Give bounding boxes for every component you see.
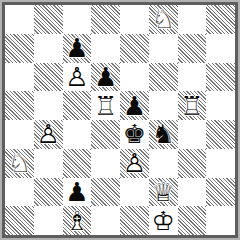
square-a8[interactable] xyxy=(5,5,34,34)
square-d1[interactable] xyxy=(91,206,120,235)
square-f6[interactable] xyxy=(149,63,178,92)
chess-board: ♞♘♟♟♙♟♜♖♟♜♖♟♙♚♞♞♘♟♙♟♛♕♝♗♚♔ xyxy=(5,5,235,235)
square-h5[interactable] xyxy=(206,91,235,120)
square-b3[interactable] xyxy=(34,149,63,178)
chess-board-border: ♞♘♟♟♙♟♜♖♟♜♖♟♙♚♞♞♘♟♙♟♛♕♝♗♚♔ xyxy=(2,2,238,238)
square-a5[interactable] xyxy=(5,91,34,120)
piece-white-pawn: ♟♙ xyxy=(120,149,149,178)
square-e5[interactable]: ♟ xyxy=(120,91,149,120)
square-f3[interactable] xyxy=(149,149,178,178)
square-h1[interactable] xyxy=(206,206,235,235)
piece-black-pawn: ♟ xyxy=(63,178,92,207)
piece-black-pawn: ♟ xyxy=(91,63,120,92)
square-e8[interactable] xyxy=(120,5,149,34)
square-c2[interactable]: ♟ xyxy=(63,178,92,207)
square-e2[interactable] xyxy=(120,178,149,207)
square-b4[interactable]: ♟♙ xyxy=(34,120,63,149)
square-a1[interactable] xyxy=(5,206,34,235)
square-b2[interactable] xyxy=(34,178,63,207)
square-b5[interactable] xyxy=(34,91,63,120)
square-d3[interactable] xyxy=(91,149,120,178)
square-g6[interactable] xyxy=(178,63,207,92)
square-a3[interactable]: ♞♘ xyxy=(5,149,34,178)
square-g8[interactable] xyxy=(178,5,207,34)
piece-black-king: ♚ xyxy=(120,120,149,149)
square-f1[interactable]: ♚♔ xyxy=(149,206,178,235)
square-d8[interactable] xyxy=(91,5,120,34)
square-h3[interactable] xyxy=(206,149,235,178)
square-c6[interactable]: ♟♙ xyxy=(63,63,92,92)
square-f8[interactable]: ♞♘ xyxy=(149,5,178,34)
square-d4[interactable] xyxy=(91,120,120,149)
square-f7[interactable] xyxy=(149,34,178,63)
square-g7[interactable] xyxy=(178,34,207,63)
square-c1[interactable]: ♝♗ xyxy=(63,206,92,235)
square-g2[interactable] xyxy=(178,178,207,207)
square-f4[interactable]: ♞ xyxy=(149,120,178,149)
square-e3[interactable]: ♟♙ xyxy=(120,149,149,178)
square-c7[interactable]: ♟ xyxy=(63,34,92,63)
square-c4[interactable] xyxy=(63,120,92,149)
piece-black-knight: ♞ xyxy=(149,120,178,149)
piece-white-king: ♚♔ xyxy=(149,206,178,235)
square-g1[interactable] xyxy=(178,206,207,235)
piece-white-queen: ♛♕ xyxy=(149,178,178,207)
square-c5[interactable] xyxy=(63,91,92,120)
square-c8[interactable] xyxy=(63,5,92,34)
square-b8[interactable] xyxy=(34,5,63,34)
piece-white-bishop: ♝♗ xyxy=(63,206,92,235)
square-d2[interactable] xyxy=(91,178,120,207)
square-e6[interactable] xyxy=(120,63,149,92)
piece-white-pawn: ♟♙ xyxy=(34,120,63,149)
square-c3[interactable] xyxy=(63,149,92,178)
square-a7[interactable] xyxy=(5,34,34,63)
square-g4[interactable] xyxy=(178,120,207,149)
square-d7[interactable] xyxy=(91,34,120,63)
square-a2[interactable] xyxy=(5,178,34,207)
square-g5[interactable]: ♜♖ xyxy=(178,91,207,120)
square-h6[interactable] xyxy=(206,63,235,92)
piece-white-rook: ♜♖ xyxy=(91,91,120,120)
piece-black-pawn: ♟ xyxy=(120,91,149,120)
square-d6[interactable]: ♟ xyxy=(91,63,120,92)
square-g3[interactable] xyxy=(178,149,207,178)
square-e7[interactable] xyxy=(120,34,149,63)
square-h7[interactable] xyxy=(206,34,235,63)
square-e4[interactable]: ♚ xyxy=(120,120,149,149)
square-d5[interactable]: ♜♖ xyxy=(91,91,120,120)
square-b7[interactable] xyxy=(34,34,63,63)
piece-white-rook: ♜♖ xyxy=(178,91,207,120)
chess-board-frame: ♞♘♟♟♙♟♜♖♟♜♖♟♙♚♞♞♘♟♙♟♛♕♝♗♚♔ xyxy=(0,0,240,240)
square-a4[interactable] xyxy=(5,120,34,149)
square-b1[interactable] xyxy=(34,206,63,235)
square-h8[interactable] xyxy=(206,5,235,34)
square-e1[interactable] xyxy=(120,206,149,235)
square-h4[interactable] xyxy=(206,120,235,149)
square-f2[interactable]: ♛♕ xyxy=(149,178,178,207)
square-b6[interactable] xyxy=(34,63,63,92)
piece-white-knight: ♞♘ xyxy=(5,149,34,178)
piece-white-knight: ♞♘ xyxy=(149,5,178,34)
piece-white-pawn: ♟♙ xyxy=(63,63,92,92)
piece-black-pawn: ♟ xyxy=(63,34,92,63)
square-f5[interactable] xyxy=(149,91,178,120)
square-a6[interactable] xyxy=(5,63,34,92)
square-h2[interactable] xyxy=(206,178,235,207)
